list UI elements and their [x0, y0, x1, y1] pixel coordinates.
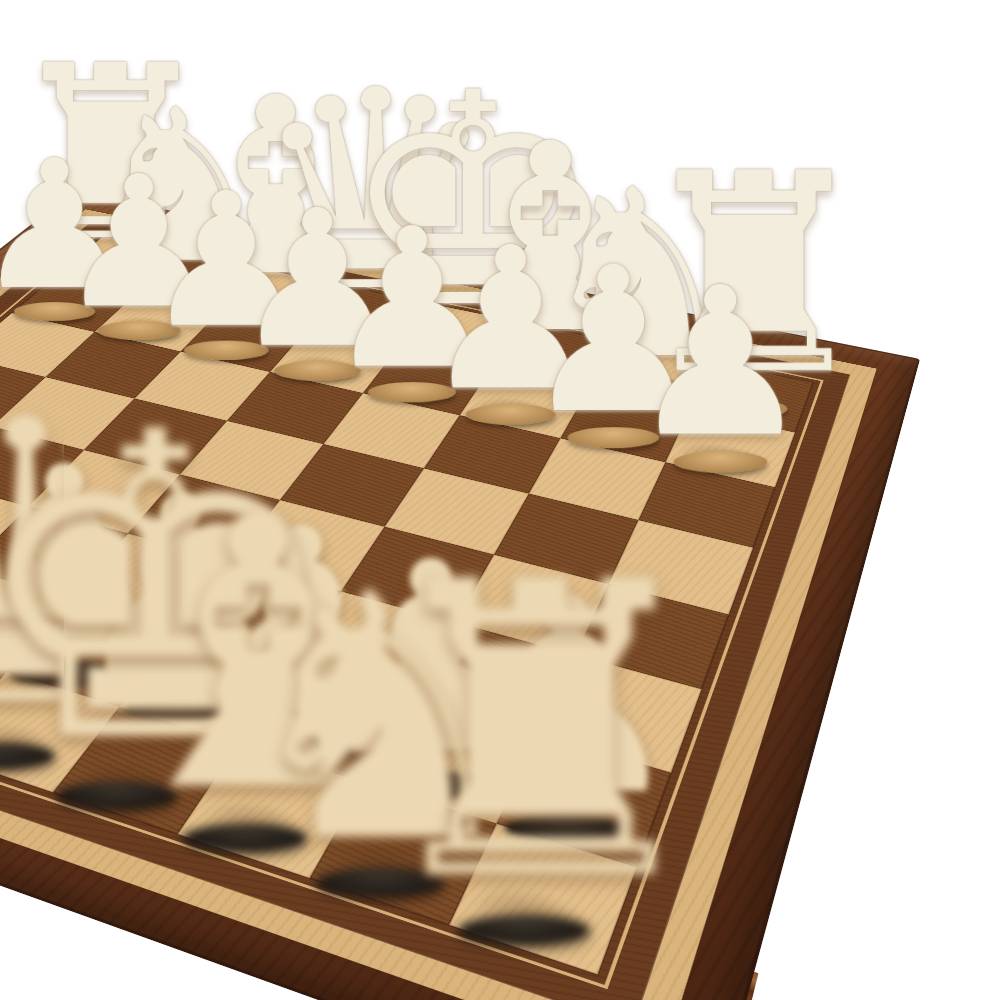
piece-ivory-pawn-h7[interactable]: ♟: [665, 410, 795, 488]
rook-glyph: ♜: [359, 530, 689, 935]
piece-stand: ♟: [603, 261, 837, 473]
pawn-glyph: ♟: [603, 261, 837, 466]
chessboard-case: ♜♞♝♛♚♝♞♜♟♟♟♟♟♟♟♟♟♟♟♟♟♟♟♟♜♞♝♛♚♝♞♜: [0, 191, 920, 1000]
piece-stand: ♜: [359, 530, 689, 945]
chess-set-photo: ♜♞♝♛♚♝♞♜♟♟♟♟♟♟♟♟♟♟♟♟♟♟♟♟♜♞♝♛♚♝♞♜: [0, 0, 1000, 1000]
